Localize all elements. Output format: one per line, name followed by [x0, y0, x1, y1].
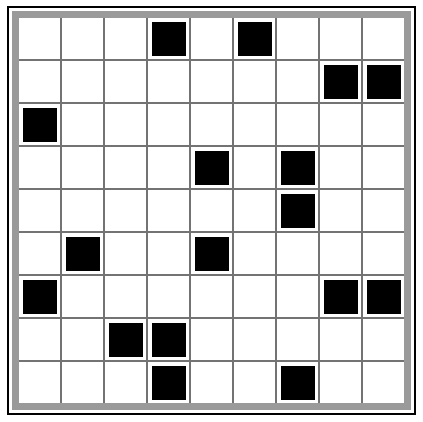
- cell-r8c6[interactable]: [234, 319, 275, 360]
- cell-r4c2[interactable]: [62, 147, 103, 188]
- black-square: [23, 280, 57, 314]
- black-square: [23, 108, 57, 142]
- cell-r2c5[interactable]: [191, 61, 232, 102]
- black-square: [324, 65, 358, 99]
- cell-r1c3[interactable]: [105, 18, 146, 59]
- cell-r8c4[interactable]: [148, 319, 189, 360]
- cell-r5c5[interactable]: [191, 190, 232, 231]
- cell-r3c8[interactable]: [320, 104, 361, 145]
- cell-r5c2[interactable]: [62, 190, 103, 231]
- black-square: [367, 65, 401, 99]
- board-outer-border: [7, 6, 416, 415]
- cell-r1c1[interactable]: [19, 18, 60, 59]
- cell-r3c3[interactable]: [105, 104, 146, 145]
- cell-r9c4[interactable]: [148, 362, 189, 403]
- black-square: [152, 22, 186, 56]
- cell-r5c3[interactable]: [105, 190, 146, 231]
- cell-r9c5[interactable]: [191, 362, 232, 403]
- black-square: [109, 323, 143, 357]
- cell-r4c8[interactable]: [320, 147, 361, 188]
- black-square: [281, 194, 315, 228]
- cell-r4c5[interactable]: [191, 147, 232, 188]
- cell-r5c7[interactable]: [277, 190, 318, 231]
- cell-r9c1[interactable]: [19, 362, 60, 403]
- black-square: [152, 323, 186, 357]
- cell-r6c7[interactable]: [277, 233, 318, 274]
- cell-r9c9[interactable]: [363, 362, 404, 403]
- cell-r7c8[interactable]: [320, 276, 361, 317]
- cell-r2c6[interactable]: [234, 61, 275, 102]
- cell-r9c6[interactable]: [234, 362, 275, 403]
- cell-r7c6[interactable]: [234, 276, 275, 317]
- puzzle-grid-9x9: [19, 18, 404, 403]
- cell-r1c4[interactable]: [148, 18, 189, 59]
- black-square: [195, 151, 229, 185]
- black-square: [367, 280, 401, 314]
- cell-r6c5[interactable]: [191, 233, 232, 274]
- cell-r4c1[interactable]: [19, 147, 60, 188]
- cell-r6c3[interactable]: [105, 233, 146, 274]
- black-square: [238, 22, 272, 56]
- cell-r4c7[interactable]: [277, 147, 318, 188]
- cell-r7c7[interactable]: [277, 276, 318, 317]
- cell-r3c2[interactable]: [62, 104, 103, 145]
- cell-r4c4[interactable]: [148, 147, 189, 188]
- cell-r6c2[interactable]: [62, 233, 103, 274]
- cell-r2c7[interactable]: [277, 61, 318, 102]
- cell-r1c9[interactable]: [363, 18, 404, 59]
- cell-r1c2[interactable]: [62, 18, 103, 59]
- cell-r7c1[interactable]: [19, 276, 60, 317]
- cell-r3c4[interactable]: [148, 104, 189, 145]
- cell-r2c4[interactable]: [148, 61, 189, 102]
- cell-r5c9[interactable]: [363, 190, 404, 231]
- cell-r5c6[interactable]: [234, 190, 275, 231]
- cell-r2c1[interactable]: [19, 61, 60, 102]
- cell-r5c8[interactable]: [320, 190, 361, 231]
- cell-r6c1[interactable]: [19, 233, 60, 274]
- cell-r6c8[interactable]: [320, 233, 361, 274]
- cell-r4c3[interactable]: [105, 147, 146, 188]
- black-square: [281, 151, 315, 185]
- cell-r8c2[interactable]: [62, 319, 103, 360]
- cell-r3c1[interactable]: [19, 104, 60, 145]
- cell-r9c8[interactable]: [320, 362, 361, 403]
- cell-r3c6[interactable]: [234, 104, 275, 145]
- puzzle-page: [0, 0, 423, 422]
- black-square: [195, 237, 229, 271]
- board-frame: [12, 11, 411, 410]
- cell-r8c7[interactable]: [277, 319, 318, 360]
- cell-r4c9[interactable]: [363, 147, 404, 188]
- cell-r6c4[interactable]: [148, 233, 189, 274]
- cell-r9c7[interactable]: [277, 362, 318, 403]
- cell-r8c5[interactable]: [191, 319, 232, 360]
- black-square: [281, 366, 315, 400]
- cell-r3c9[interactable]: [363, 104, 404, 145]
- cell-r7c3[interactable]: [105, 276, 146, 317]
- cell-r9c3[interactable]: [105, 362, 146, 403]
- cell-r2c3[interactable]: [105, 61, 146, 102]
- cell-r7c9[interactable]: [363, 276, 404, 317]
- cell-r9c2[interactable]: [62, 362, 103, 403]
- cell-r1c6[interactable]: [234, 18, 275, 59]
- cell-r1c5[interactable]: [191, 18, 232, 59]
- cell-r3c5[interactable]: [191, 104, 232, 145]
- cell-r2c2[interactable]: [62, 61, 103, 102]
- cell-r8c1[interactable]: [19, 319, 60, 360]
- cell-r4c6[interactable]: [234, 147, 275, 188]
- cell-r8c8[interactable]: [320, 319, 361, 360]
- cell-r2c9[interactable]: [363, 61, 404, 102]
- cell-r1c8[interactable]: [320, 18, 361, 59]
- cell-r1c7[interactable]: [277, 18, 318, 59]
- cell-r7c4[interactable]: [148, 276, 189, 317]
- black-square: [66, 237, 100, 271]
- black-square: [324, 280, 358, 314]
- cell-r2c8[interactable]: [320, 61, 361, 102]
- cell-r3c7[interactable]: [277, 104, 318, 145]
- cell-r6c6[interactable]: [234, 233, 275, 274]
- cell-r5c4[interactable]: [148, 190, 189, 231]
- cell-r7c2[interactable]: [62, 276, 103, 317]
- cell-r8c3[interactable]: [105, 319, 146, 360]
- black-square: [152, 366, 186, 400]
- cell-r5c1[interactable]: [19, 190, 60, 231]
- cell-r7c5[interactable]: [191, 276, 232, 317]
- cell-r8c9[interactable]: [363, 319, 404, 360]
- cell-r6c9[interactable]: [363, 233, 404, 274]
